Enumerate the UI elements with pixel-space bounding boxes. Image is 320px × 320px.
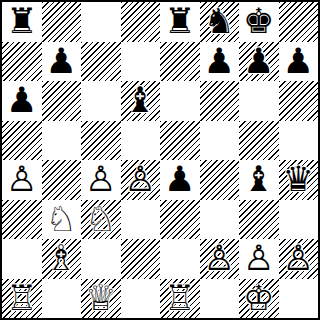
- square-g7[interactable]: ♟: [239, 42, 279, 82]
- square-h8[interactable]: [279, 2, 319, 42]
- square-d6[interactable]: ♝: [121, 81, 161, 121]
- square-f4[interactable]: [200, 160, 240, 200]
- square-e8[interactable]: ♜: [160, 2, 200, 42]
- square-d2[interactable]: [121, 239, 161, 279]
- square-f7[interactable]: ♟: [200, 42, 240, 82]
- square-b4[interactable]: [42, 160, 82, 200]
- white-pawn-d4: ♙: [125, 162, 156, 197]
- white-queen-c1: ♕: [85, 281, 116, 316]
- black-pawn-f7: ♟: [204, 44, 235, 79]
- black-bishop-g4: ♝: [243, 162, 274, 197]
- square-h2[interactable]: ♙: [279, 239, 319, 279]
- square-a7[interactable]: [2, 42, 42, 82]
- black-pawn-e4: ♟: [164, 162, 195, 197]
- black-rook-a8: ♜: [6, 4, 37, 39]
- square-f8[interactable]: ♞: [200, 2, 240, 42]
- square-h6[interactable]: [279, 81, 319, 121]
- white-pawn-c4: ♙: [85, 162, 116, 197]
- square-g6[interactable]: [239, 81, 279, 121]
- square-f6[interactable]: [200, 81, 240, 121]
- square-h7[interactable]: ♟: [279, 42, 319, 82]
- black-pawn-a6: ♟: [6, 83, 37, 118]
- square-f1[interactable]: [200, 279, 240, 319]
- black-rook-e8: ♜: [164, 4, 195, 39]
- square-f3[interactable]: [200, 200, 240, 240]
- square-c7[interactable]: [81, 42, 121, 82]
- white-pawn-f2: ♙: [204, 241, 235, 276]
- square-c2[interactable]: [81, 239, 121, 279]
- square-h5[interactable]: [279, 121, 319, 161]
- square-b3[interactable]: ♘: [42, 200, 82, 240]
- black-pawn-h7: ♟: [283, 44, 314, 79]
- white-pawn-h2: ♙: [283, 241, 314, 276]
- square-d8[interactable]: [121, 2, 161, 42]
- white-pawn-g2: ♙: [243, 241, 274, 276]
- square-b6[interactable]: [42, 81, 82, 121]
- square-g5[interactable]: [239, 121, 279, 161]
- square-d5[interactable]: [121, 121, 161, 161]
- white-king-g1: ♔: [243, 281, 274, 316]
- square-g4[interactable]: ♝: [239, 160, 279, 200]
- black-knight-f8: ♞: [204, 4, 235, 39]
- white-rook-a1: ♖: [6, 281, 37, 316]
- square-h1[interactable]: [279, 279, 319, 319]
- white-knight-c3: ♘: [85, 202, 116, 237]
- square-c5[interactable]: [81, 121, 121, 161]
- square-e3[interactable]: [160, 200, 200, 240]
- square-g1[interactable]: ♔: [239, 279, 279, 319]
- black-queen-h4: ♛: [283, 162, 314, 197]
- square-c1[interactable]: ♕: [81, 279, 121, 319]
- square-d7[interactable]: [121, 42, 161, 82]
- square-b5[interactable]: [42, 121, 82, 161]
- square-e6[interactable]: [160, 81, 200, 121]
- square-a8[interactable]: ♜: [2, 2, 42, 42]
- square-b1[interactable]: [42, 279, 82, 319]
- square-c4[interactable]: ♙: [81, 160, 121, 200]
- black-bishop-d6: ♝: [125, 83, 156, 118]
- square-h4[interactable]: ♛: [279, 160, 319, 200]
- black-king-g8: ♚: [243, 4, 274, 39]
- square-a2[interactable]: [2, 239, 42, 279]
- square-c6[interactable]: [81, 81, 121, 121]
- square-d1[interactable]: [121, 279, 161, 319]
- square-a4[interactable]: ♙: [2, 160, 42, 200]
- square-e2[interactable]: [160, 239, 200, 279]
- square-g8[interactable]: ♚: [239, 2, 279, 42]
- square-c3[interactable]: ♘: [81, 200, 121, 240]
- square-a3[interactable]: [2, 200, 42, 240]
- square-e7[interactable]: [160, 42, 200, 82]
- white-bishop-b2: ♗: [46, 241, 77, 276]
- square-e5[interactable]: [160, 121, 200, 161]
- white-pawn-a4: ♙: [6, 162, 37, 197]
- chess-board: ♜♜♞♚♟♟♟♟♟♝♙♙♙♟♝♛♘♘♗♙♙♙♖♕♖♔: [0, 0, 320, 320]
- square-e4[interactable]: ♟: [160, 160, 200, 200]
- square-g2[interactable]: ♙: [239, 239, 279, 279]
- square-h3[interactable]: [279, 200, 319, 240]
- square-d4[interactable]: ♙: [121, 160, 161, 200]
- square-b2[interactable]: ♗: [42, 239, 82, 279]
- square-c8[interactable]: [81, 2, 121, 42]
- square-b8[interactable]: [42, 2, 82, 42]
- square-d3[interactable]: [121, 200, 161, 240]
- black-pawn-g7: ♟: [243, 44, 274, 79]
- square-e1[interactable]: ♖: [160, 279, 200, 319]
- square-a1[interactable]: ♖: [2, 279, 42, 319]
- square-g3[interactable]: [239, 200, 279, 240]
- black-pawn-b7: ♟: [46, 44, 77, 79]
- square-a6[interactable]: ♟: [2, 81, 42, 121]
- white-knight-b3: ♘: [46, 202, 77, 237]
- square-a5[interactable]: [2, 121, 42, 161]
- square-f2[interactable]: ♙: [200, 239, 240, 279]
- white-rook-e1: ♖: [164, 281, 195, 316]
- square-f5[interactable]: [200, 121, 240, 161]
- square-b7[interactable]: ♟: [42, 42, 82, 82]
